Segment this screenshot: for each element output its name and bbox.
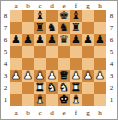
file-label-d-top: d (46, 1, 58, 10)
square-d3[interactable]: ♟ (46, 70, 58, 82)
square-h6[interactable]: ♟ (94, 34, 106, 46)
square-e3[interactable]: ♛ (58, 70, 70, 82)
white-knight-e2: ♞ (59, 82, 69, 94)
square-d2[interactable]: ♞ (46, 82, 58, 94)
square-h3[interactable]: ♟ (94, 70, 106, 82)
square-a2[interactable] (10, 82, 22, 94)
file-label-e-bottom: e (58, 106, 70, 119)
square-g4[interactable] (82, 58, 94, 70)
rank-label-7-right: 7 (106, 22, 117, 34)
rank-label-5-left: 5 (1, 46, 10, 58)
rank-label-6-left: 6 (1, 34, 10, 46)
white-bishop-f1: ♝ (71, 94, 81, 106)
black-bishop-f8: ♝ (71, 10, 81, 22)
square-b6[interactable]: ♟ (22, 34, 34, 46)
square-f3[interactable]: ♟ (70, 70, 82, 82)
square-a5[interactable] (10, 46, 22, 58)
white-rook-f2: ♜ (71, 82, 81, 94)
white-knight-d2: ♞ (47, 82, 57, 94)
square-e2[interactable]: ♞ (58, 82, 70, 94)
rank-label-8-left: 8 (1, 10, 10, 22)
square-c7[interactable]: ♜ (34, 22, 46, 34)
square-g8[interactable] (82, 10, 94, 22)
square-a4[interactable] (10, 58, 22, 70)
file-label-c-bottom: c (34, 106, 46, 119)
rank-label-4-right: 4 (106, 58, 117, 70)
square-h4[interactable] (94, 58, 106, 70)
square-e4[interactable] (58, 58, 70, 70)
square-f1[interactable]: ♝ (70, 94, 82, 106)
square-d1[interactable] (46, 94, 58, 106)
square-g2[interactable] (82, 82, 94, 94)
rank-label-8-right: 8 (106, 10, 117, 22)
square-h7[interactable] (94, 22, 106, 34)
white-pawn-f3: ♟ (71, 70, 81, 82)
file-label-d-bottom: d (46, 106, 58, 119)
square-h5[interactable] (94, 46, 106, 58)
black-rook-c7: ♜ (35, 22, 45, 34)
square-d6[interactable]: ♟ (46, 34, 58, 46)
square-g7[interactable] (82, 22, 94, 34)
square-b3[interactable]: ♟ (22, 70, 34, 82)
square-b1[interactable] (22, 94, 34, 106)
corner-top-right (106, 1, 117, 10)
square-c6[interactable]: ♟ (34, 34, 46, 46)
rank-label-5-right: 5 (106, 46, 117, 58)
rank-label-3-right: 3 (106, 70, 117, 82)
square-c1[interactable]: ♝ (34, 94, 46, 106)
black-knight-d7: ♞ (47, 22, 57, 34)
black-pawn-c6: ♟ (35, 34, 45, 46)
square-h2[interactable] (94, 82, 106, 94)
square-a7[interactable] (10, 22, 22, 34)
black-rook-f7: ♜ (71, 22, 81, 34)
white-king-e1: ♚ (59, 94, 69, 106)
square-e6[interactable]: ♛ (58, 34, 70, 46)
square-d4[interactable] (46, 58, 58, 70)
square-f2[interactable]: ♜ (70, 82, 82, 94)
black-pawn-d6: ♟ (47, 34, 57, 46)
rank-label-6-right: 6 (106, 34, 117, 46)
square-b2[interactable] (22, 82, 34, 94)
square-e7[interactable]: ♞ (58, 22, 70, 34)
file-label-g-top: g (82, 1, 94, 10)
corner-bottom-right (106, 106, 117, 119)
file-label-f-top: f (70, 1, 82, 10)
square-c2[interactable]: ♜ (34, 82, 46, 94)
file-label-f-bottom: f (70, 106, 82, 119)
square-d8[interactable] (46, 10, 58, 22)
file-label-a-top: a (10, 1, 22, 10)
square-d5[interactable] (46, 46, 58, 58)
white-pawn-b3: ♟ (23, 70, 33, 82)
white-bishop-c1: ♝ (35, 94, 45, 106)
white-pawn-g3: ♟ (83, 70, 93, 82)
white-pawn-h3: ♟ (95, 70, 105, 82)
square-g3[interactable]: ♟ (82, 70, 94, 82)
black-king-e8: ♚ (59, 10, 69, 22)
square-a3[interactable]: ♟ (10, 70, 22, 82)
square-h1[interactable] (94, 94, 106, 106)
square-f7[interactable]: ♜ (70, 22, 82, 34)
file-label-g-bottom: g (82, 106, 94, 119)
square-b8[interactable] (22, 10, 34, 22)
square-a6[interactable]: ♟ (10, 34, 22, 46)
file-label-b-bottom: b (22, 106, 34, 119)
file-label-h-top: h (94, 1, 106, 10)
square-c5[interactable] (34, 46, 46, 58)
black-pawn-f6: ♟ (71, 34, 81, 46)
square-g6[interactable]: ♟ (82, 34, 94, 46)
square-d7[interactable]: ♞ (46, 22, 58, 34)
black-pawn-b6: ♟ (23, 34, 33, 46)
white-pawn-c3: ♟ (35, 70, 45, 82)
square-f5[interactable] (70, 46, 82, 58)
rank-label-1-right: 1 (106, 94, 117, 106)
black-pawn-h6: ♟ (95, 34, 105, 46)
file-label-e-top: e (58, 1, 70, 10)
square-f6[interactable]: ♟ (70, 34, 82, 46)
square-c4[interactable] (34, 58, 46, 70)
square-e8[interactable]: ♚ (58, 10, 70, 22)
file-label-h-bottom: h (94, 106, 106, 119)
file-label-c-top: c (34, 1, 46, 10)
square-e1[interactable]: ♚ (58, 94, 70, 106)
square-b7[interactable] (22, 22, 34, 34)
square-c3[interactable]: ♟ (34, 70, 46, 82)
square-f4[interactable] (70, 58, 82, 70)
square-g1[interactable] (82, 94, 94, 106)
black-pawn-g6: ♟ (83, 34, 93, 46)
square-b4[interactable] (22, 58, 34, 70)
corner-bottom-left (1, 106, 10, 119)
square-a1[interactable] (10, 94, 22, 106)
chess-board-diagram: abcdefgh8♝♚♝87♜♞♞♜76♟♟♟♟♛♟♟♟655443♟♟♟♟♛♟… (0, 0, 118, 120)
square-c8[interactable]: ♝ (34, 10, 46, 22)
file-label-a-bottom: a (10, 106, 22, 119)
square-a8[interactable] (10, 10, 22, 22)
black-queen-e6: ♛ (59, 34, 69, 46)
rank-label-4-left: 4 (1, 58, 10, 70)
square-h8[interactable] (94, 10, 106, 22)
square-g5[interactable] (82, 46, 94, 58)
square-b5[interactable] (22, 46, 34, 58)
rank-label-1-left: 1 (1, 94, 10, 106)
rank-label-7-left: 7 (1, 22, 10, 34)
rank-label-2-right: 2 (106, 82, 117, 94)
square-e5[interactable] (58, 46, 70, 58)
square-f8[interactable]: ♝ (70, 10, 82, 22)
white-pawn-d3: ♟ (47, 70, 57, 82)
black-knight-e7: ♞ (59, 22, 69, 34)
white-queen-e3: ♛ (59, 70, 69, 82)
rank-label-2-left: 2 (1, 82, 10, 94)
white-rook-c2: ♜ (35, 82, 45, 94)
file-label-b-top: b (22, 1, 34, 10)
rank-label-3-left: 3 (1, 70, 10, 82)
corner-top-left (1, 1, 10, 10)
white-pawn-a3: ♟ (11, 70, 21, 82)
black-pawn-a6: ♟ (11, 34, 21, 46)
black-bishop-c8: ♝ (35, 10, 45, 22)
